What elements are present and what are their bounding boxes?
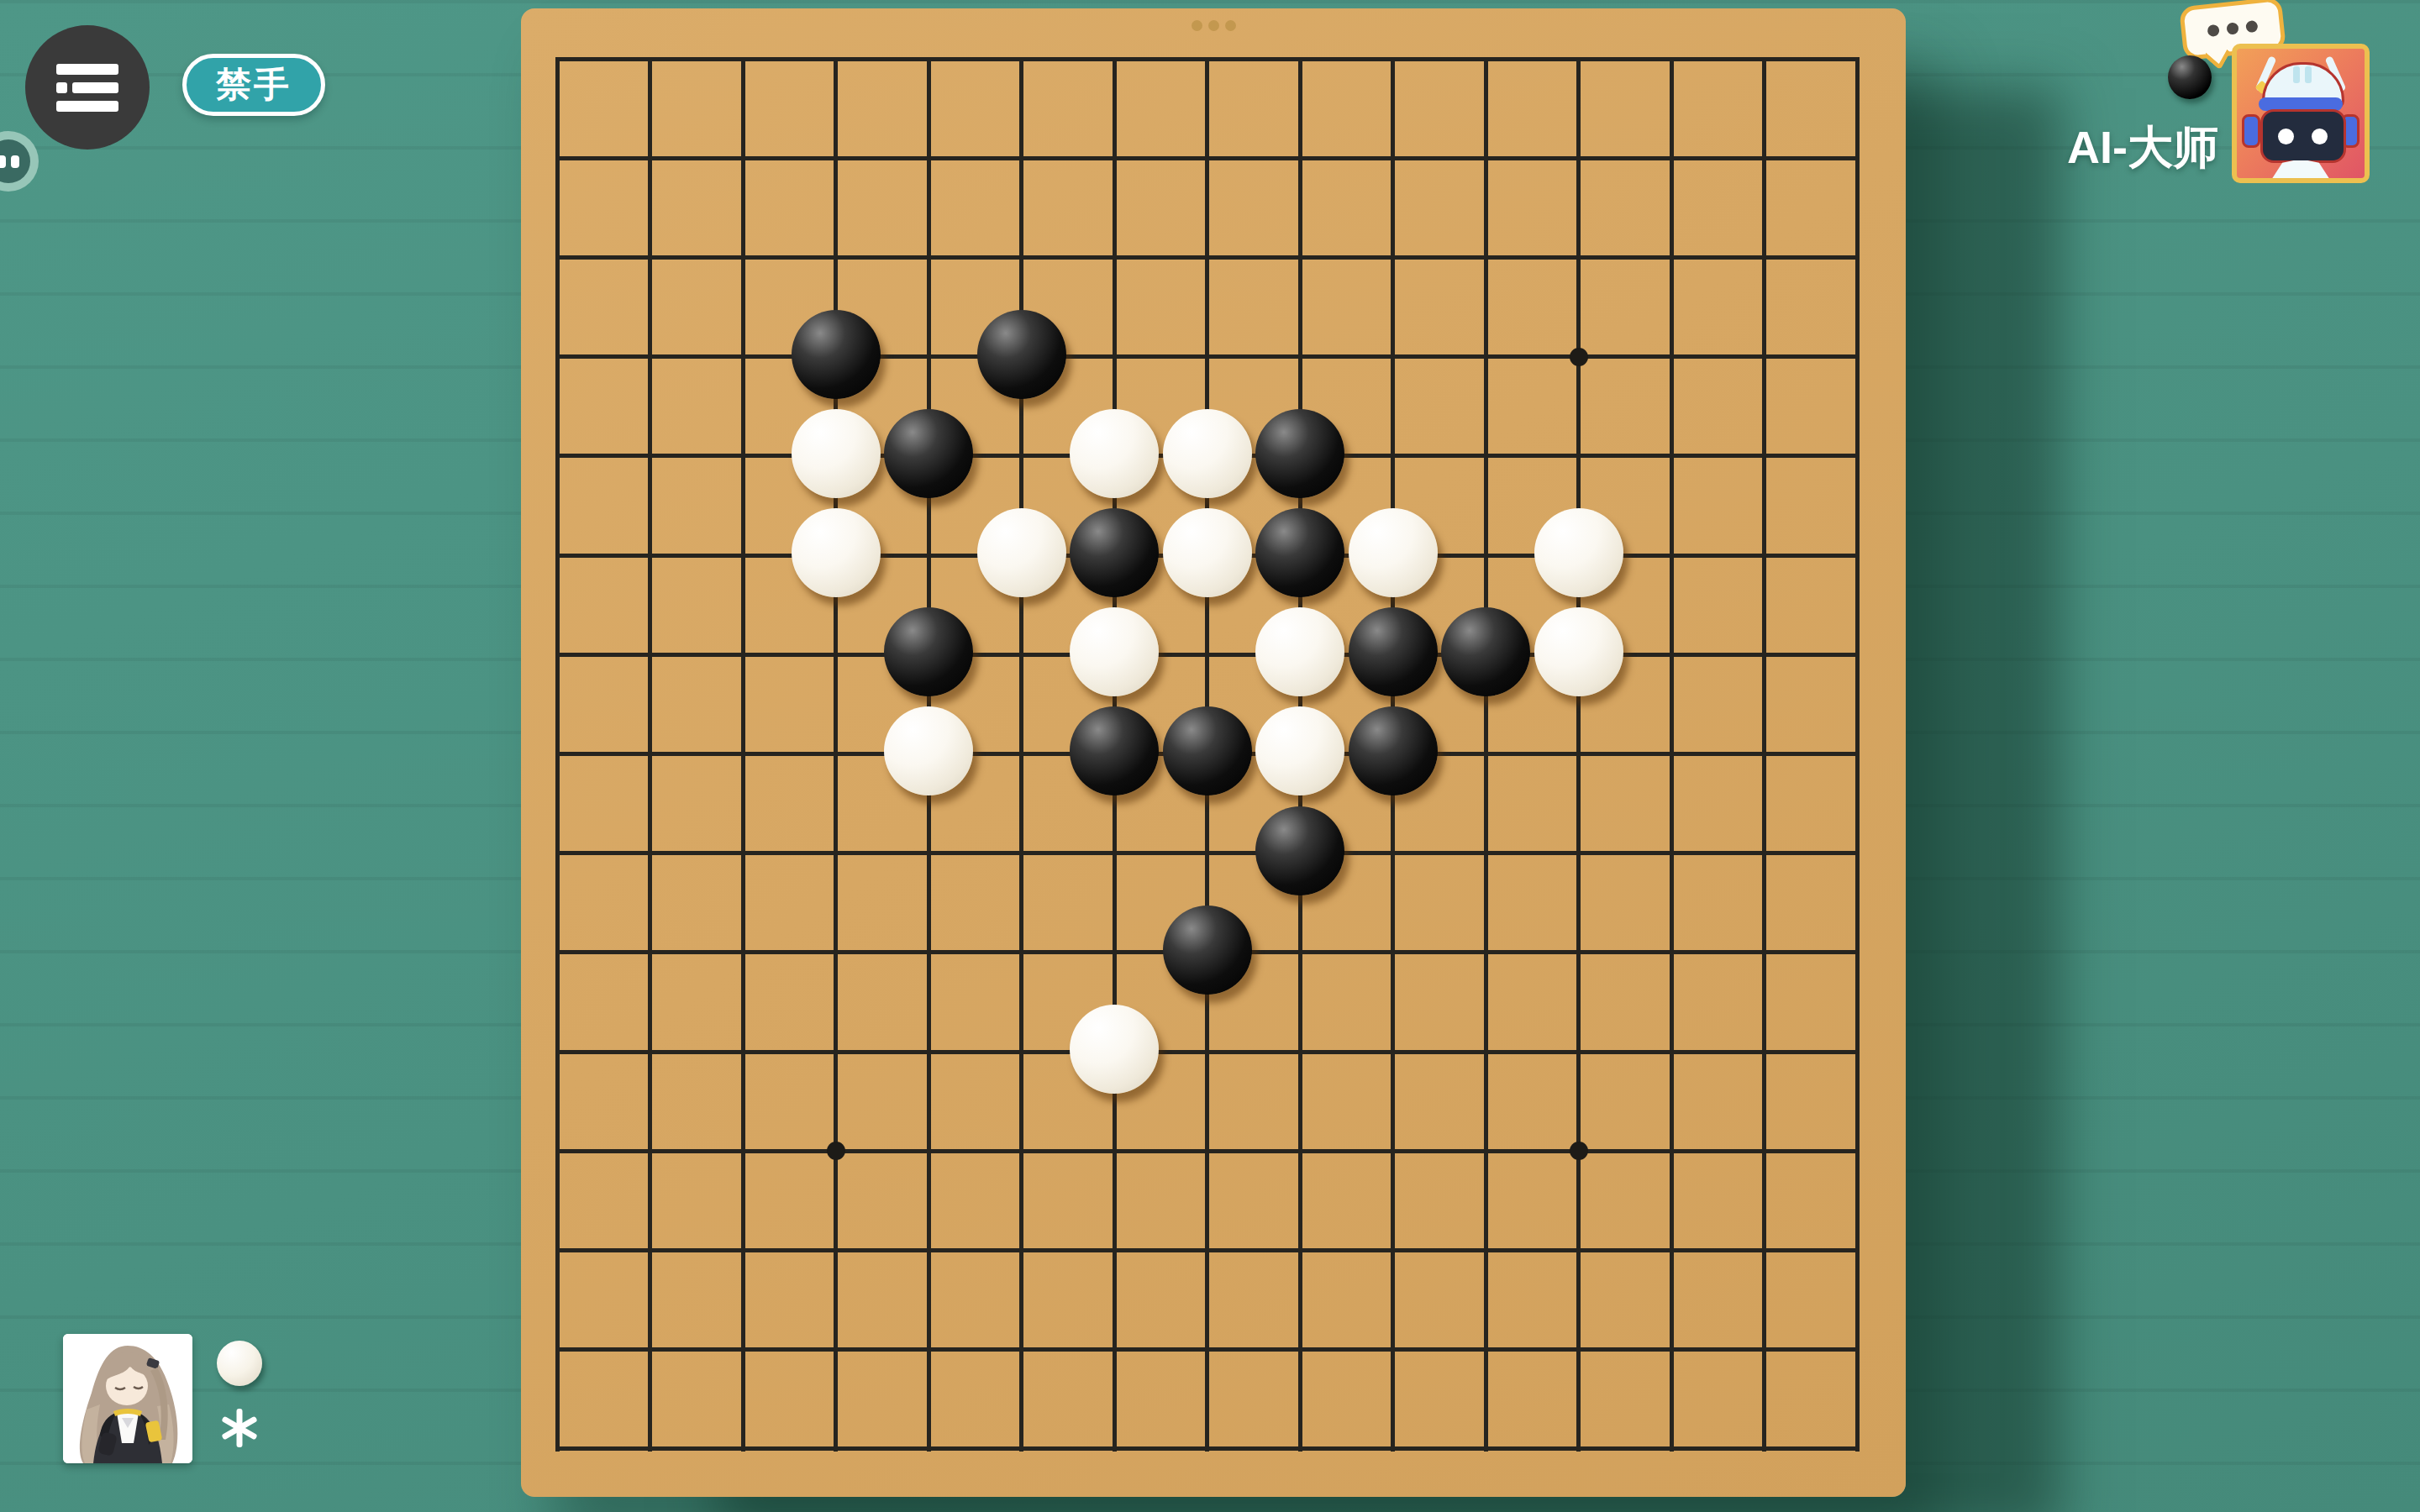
robot-ear bbox=[2242, 114, 2260, 148]
stone-black bbox=[1163, 706, 1252, 795]
menu-button[interactable] bbox=[25, 25, 150, 150]
grid-line bbox=[555, 851, 1860, 855]
stone-white bbox=[792, 409, 881, 498]
stone-black bbox=[1349, 607, 1438, 696]
stone-black bbox=[1255, 409, 1344, 498]
forbidden-move-label: 禁手 bbox=[216, 61, 292, 108]
stone-black bbox=[1349, 706, 1438, 795]
star-point bbox=[1570, 1142, 1588, 1160]
stone-black bbox=[977, 310, 1066, 399]
anime-girl-portrait bbox=[63, 1334, 192, 1463]
player-avatar[interactable] bbox=[63, 1334, 192, 1463]
grid-line bbox=[555, 1446, 1860, 1451]
ai-black-stone-indicator bbox=[2168, 55, 2212, 99]
grid-line bbox=[1670, 57, 1674, 1452]
stone-black bbox=[792, 310, 881, 399]
stone-white bbox=[1534, 607, 1623, 696]
grid-line bbox=[1484, 57, 1488, 1452]
stone-black bbox=[1255, 806, 1344, 895]
stone-white bbox=[1070, 1005, 1159, 1094]
stone-white bbox=[1070, 409, 1159, 498]
star-point bbox=[1570, 348, 1588, 366]
grid-line bbox=[1855, 57, 1860, 1452]
stone-black bbox=[1255, 508, 1344, 597]
player-white-stone-indicator bbox=[217, 1341, 262, 1386]
robot-face bbox=[2260, 109, 2346, 163]
stone-white bbox=[1255, 706, 1344, 795]
stone-black bbox=[1163, 906, 1252, 995]
forbidden-move-badge[interactable]: 禁手 bbox=[182, 54, 325, 116]
ai-avatar[interactable] bbox=[2232, 44, 2370, 183]
stone-white bbox=[1163, 409, 1252, 498]
turn-indicator-asterisk bbox=[220, 1409, 259, 1447]
stone-white bbox=[1070, 607, 1159, 696]
stone-black bbox=[1070, 706, 1159, 795]
board-grid[interactable] bbox=[557, 59, 1857, 1449]
hamburger-menu-icon bbox=[56, 64, 118, 75]
stone-black bbox=[884, 409, 973, 498]
stone-black bbox=[1441, 607, 1530, 696]
grid-line bbox=[555, 1248, 1860, 1252]
dot-icon bbox=[2245, 20, 2258, 33]
dot-icon bbox=[2226, 22, 2238, 34]
stone-black bbox=[884, 607, 973, 696]
grid-line bbox=[1762, 57, 1766, 1452]
grid-line bbox=[555, 1347, 1860, 1352]
stone-black bbox=[1070, 508, 1159, 597]
board-handle-dots-icon bbox=[521, 20, 1906, 31]
stone-white bbox=[1349, 508, 1438, 597]
stone-white bbox=[792, 508, 881, 597]
stone-white bbox=[884, 706, 973, 795]
ai-name: AI-大师 bbox=[2017, 118, 2218, 179]
grid-line bbox=[1576, 57, 1581, 1452]
dot-icon bbox=[2207, 24, 2219, 37]
grid-line bbox=[555, 1149, 1860, 1153]
stone-white bbox=[1163, 508, 1252, 597]
star-point bbox=[827, 1142, 845, 1160]
stone-white bbox=[1534, 508, 1623, 597]
game-screen: 禁手 AI-大师 bbox=[0, 0, 2420, 1512]
stone-white bbox=[977, 508, 1066, 597]
quote-dots-icon bbox=[0, 139, 30, 183]
grid-line bbox=[555, 1050, 1860, 1054]
stone-white bbox=[1255, 607, 1344, 696]
gomoku-board[interactable] bbox=[521, 8, 1906, 1497]
robot-body bbox=[2265, 160, 2336, 183]
chat-side-tab[interactable] bbox=[0, 131, 39, 192]
